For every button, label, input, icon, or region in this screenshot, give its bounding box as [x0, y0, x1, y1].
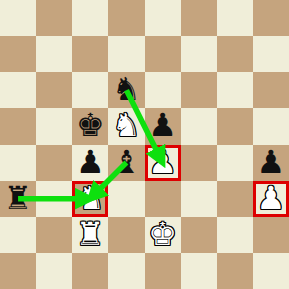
square-f7[interactable]: [181, 36, 217, 72]
piece-black-rook-a3[interactable]: ♜: [4, 182, 33, 214]
square-h3[interactable]: ♟: [253, 181, 289, 217]
square-b7[interactable]: [36, 36, 72, 72]
square-f3[interactable]: [181, 181, 217, 217]
square-d8[interactable]: [108, 0, 144, 36]
square-g2[interactable]: [217, 217, 253, 253]
piece-white-pawn-e4[interactable]: ♟: [148, 146, 177, 178]
square-g4[interactable]: [217, 145, 253, 181]
square-f5[interactable]: [181, 108, 217, 144]
piece-black-knight-d6[interactable]: ♞: [112, 73, 141, 105]
square-a5[interactable]: [0, 108, 36, 144]
square-g5[interactable]: [217, 108, 253, 144]
square-c3[interactable]: ♞: [72, 181, 108, 217]
square-a2[interactable]: [0, 217, 36, 253]
square-a4[interactable]: [0, 145, 36, 181]
square-h4[interactable]: ♟: [253, 145, 289, 181]
square-f6[interactable]: [181, 72, 217, 108]
square-g6[interactable]: [217, 72, 253, 108]
square-c7[interactable]: [72, 36, 108, 72]
square-e2[interactable]: ♚: [145, 217, 181, 253]
square-a6[interactable]: [0, 72, 36, 108]
square-a1[interactable]: [0, 253, 36, 289]
square-e6[interactable]: [145, 72, 181, 108]
square-d7[interactable]: [108, 36, 144, 72]
piece-black-pawn-h4[interactable]: ♟: [257, 146, 286, 178]
square-d3[interactable]: [108, 181, 144, 217]
square-h5[interactable]: [253, 108, 289, 144]
square-d2[interactable]: [108, 217, 144, 253]
square-b5[interactable]: [36, 108, 72, 144]
piece-black-bishop-d4[interactable]: ♝: [112, 146, 141, 178]
square-f2[interactable]: [181, 217, 217, 253]
square-c5[interactable]: ♚: [72, 108, 108, 144]
chess-board: ♞♚♞♟♟♝♟♟♜♞♟♜♚: [0, 0, 289, 289]
square-a7[interactable]: [0, 36, 36, 72]
square-c4[interactable]: ♟: [72, 145, 108, 181]
piece-black-pawn-e5[interactable]: ♟: [148, 109, 177, 141]
square-e7[interactable]: [145, 36, 181, 72]
square-h2[interactable]: [253, 217, 289, 253]
square-a3[interactable]: ♜: [0, 181, 36, 217]
piece-white-pawn-h3[interactable]: ♟: [257, 182, 286, 214]
square-b8[interactable]: [36, 0, 72, 36]
square-b6[interactable]: [36, 72, 72, 108]
square-h6[interactable]: [253, 72, 289, 108]
square-c6[interactable]: [72, 72, 108, 108]
piece-white-knight-c3[interactable]: ♞: [76, 182, 105, 214]
square-c8[interactable]: [72, 0, 108, 36]
square-d5[interactable]: ♞: [108, 108, 144, 144]
square-e3[interactable]: [145, 181, 181, 217]
board-squares: ♞♚♞♟♟♝♟♟♜♞♟♜♚: [0, 0, 289, 289]
square-e8[interactable]: [145, 0, 181, 36]
piece-white-knight-d5[interactable]: ♞: [112, 109, 141, 141]
square-g8[interactable]: [217, 0, 253, 36]
square-c1[interactable]: [72, 253, 108, 289]
square-g3[interactable]: [217, 181, 253, 217]
square-g7[interactable]: [217, 36, 253, 72]
square-b1[interactable]: [36, 253, 72, 289]
square-f4[interactable]: [181, 145, 217, 181]
square-b2[interactable]: [36, 217, 72, 253]
piece-black-king-c5[interactable]: ♚: [76, 109, 105, 141]
square-h1[interactable]: [253, 253, 289, 289]
square-h8[interactable]: [253, 0, 289, 36]
square-e4[interactable]: ♟: [145, 145, 181, 181]
square-b4[interactable]: [36, 145, 72, 181]
square-e1[interactable]: [145, 253, 181, 289]
piece-white-king-e2[interactable]: ♚: [148, 218, 177, 250]
square-d1[interactable]: [108, 253, 144, 289]
square-b3[interactable]: [36, 181, 72, 217]
square-h7[interactable]: [253, 36, 289, 72]
piece-white-rook-c2[interactable]: ♜: [76, 218, 105, 250]
square-d4[interactable]: ♝: [108, 145, 144, 181]
square-a8[interactable]: [0, 0, 36, 36]
square-f8[interactable]: [181, 0, 217, 36]
piece-black-pawn-c4[interactable]: ♟: [76, 146, 105, 178]
square-g1[interactable]: [217, 253, 253, 289]
square-c2[interactable]: ♜: [72, 217, 108, 253]
square-e5[interactable]: ♟: [145, 108, 181, 144]
square-d6[interactable]: ♞: [108, 72, 144, 108]
square-f1[interactable]: [181, 253, 217, 289]
